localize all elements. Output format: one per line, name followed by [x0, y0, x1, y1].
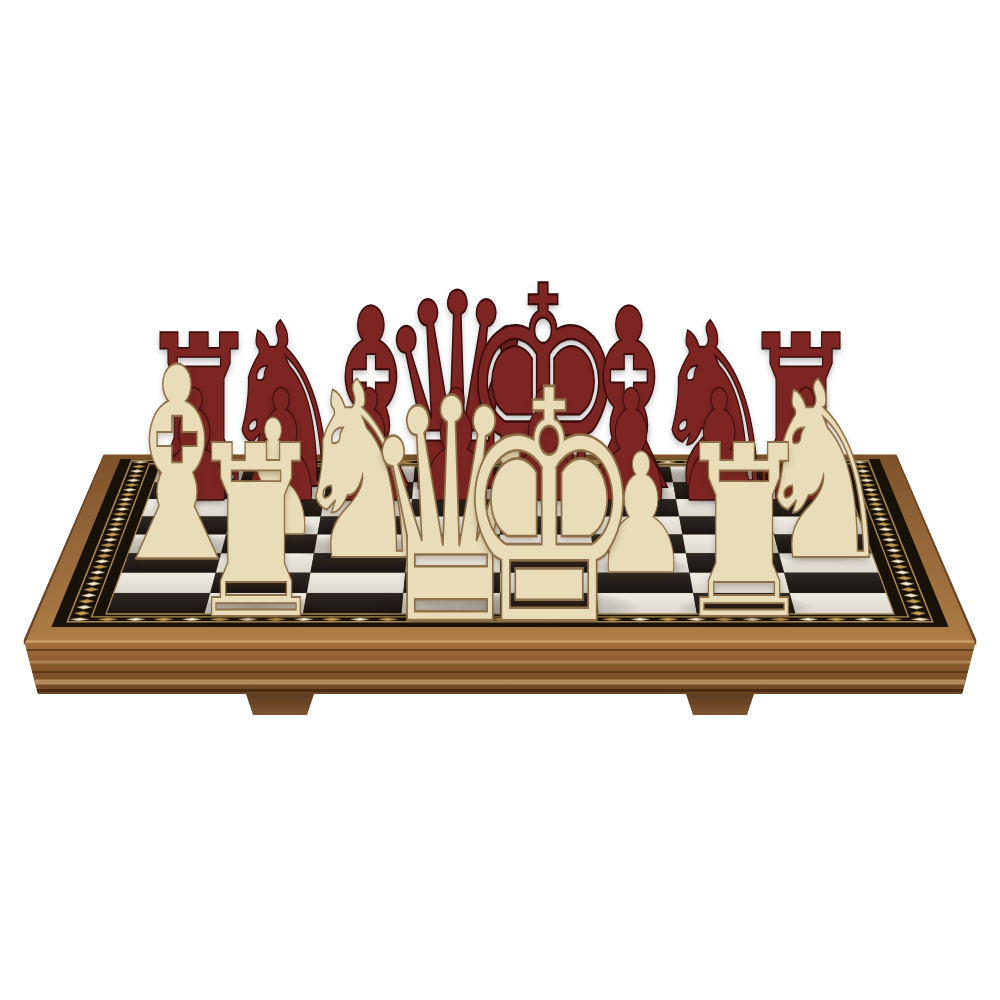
piece-cream-rook-g1[interactable]: ♜ [674, 415, 815, 654]
wood-foot-left [246, 694, 314, 715]
chess-set-photo: ♜♞♝♛♚♝♞♜♟♟♟♟♟♟♟♟♟♝♞♞♟♜♛♚♜ [0, 0, 1000, 1000]
piece-cream-king-e1[interactable]: ♚ [454, 349, 644, 670]
wood-foot-right [686, 694, 754, 715]
piece-cream-rook-b1[interactable]: ♜ [185, 415, 326, 654]
